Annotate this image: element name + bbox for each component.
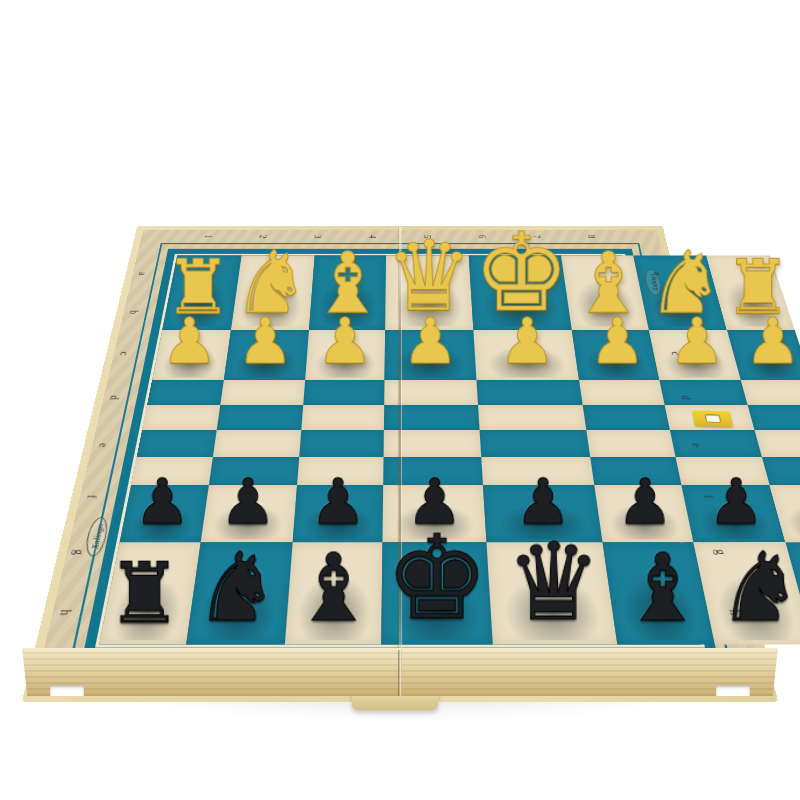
square[interactable] xyxy=(137,430,216,457)
piece-bN[interactable]: ♞ xyxy=(717,542,800,633)
square[interactable] xyxy=(754,430,800,457)
piece-bP[interactable]: ♟ xyxy=(708,472,764,532)
file-label-left: a xyxy=(134,269,150,278)
product-photo: ♜♞♝♛♚♝♞♜♟♟♟♟♟♟♟♟♟♟♟♟♟♟♟♟♜♞♝♚♛♝♞♜ Xalingo… xyxy=(0,0,800,800)
piece-bK[interactable]: ♚ xyxy=(385,523,489,633)
piece-wP[interactable]: ♟ xyxy=(669,312,726,372)
file-label-right: d xyxy=(677,392,695,403)
fold-latch[interactable] xyxy=(692,410,733,427)
square[interactable] xyxy=(579,380,664,405)
piece-wP[interactable]: ♟ xyxy=(745,312,800,372)
file-label-left: b xyxy=(125,307,142,317)
piece-wP[interactable]: ♟ xyxy=(402,312,459,372)
file-label-left: d xyxy=(105,392,123,403)
front-notch-left xyxy=(50,684,84,696)
square[interactable] xyxy=(220,380,305,405)
square[interactable]: ♝ xyxy=(285,542,383,644)
front-notch-right xyxy=(716,684,750,696)
printed-sheet: ♜♞♝♛♚♝♞♜♟♟♟♟♟♟♟♟♟♟♟♟♟♟♟♟♜♞♝♚♛♝♞♜ Xalingo… xyxy=(34,230,767,693)
square[interactable] xyxy=(299,430,384,457)
squares-grid: ♜♞♝♛♚♝♞♜♟♟♟♟♟♟♟♟♟♟♟♟♟♟♟♟♜♞♝♚♛♝♞♜ xyxy=(99,255,701,644)
square[interactable]: ♞ xyxy=(186,542,293,644)
square[interactable]: ♝ xyxy=(603,542,715,644)
square[interactable] xyxy=(212,430,301,457)
piece-wP[interactable]: ♟ xyxy=(317,312,374,372)
square[interactable] xyxy=(303,380,385,405)
piece-wP[interactable]: ♟ xyxy=(237,312,294,372)
file-label-left: c xyxy=(116,348,134,359)
board-front-edge xyxy=(22,648,778,696)
piece-wP[interactable]: ♟ xyxy=(498,312,555,372)
piece-bP[interactable]: ♟ xyxy=(793,472,800,532)
piece-wP[interactable]: ♟ xyxy=(161,312,218,372)
square[interactable]: ♜ xyxy=(99,542,200,644)
square[interactable]: ♟ xyxy=(152,330,230,380)
square[interactable]: ♟ xyxy=(474,330,579,380)
piece-bB[interactable]: ♝ xyxy=(292,545,375,633)
piece-bP[interactable]: ♟ xyxy=(220,472,276,532)
square[interactable]: ♚ xyxy=(382,542,494,644)
piece-wP[interactable]: ♟ xyxy=(589,312,646,372)
piece-bB[interactable]: ♝ xyxy=(621,545,704,633)
square[interactable] xyxy=(747,405,800,431)
square[interactable] xyxy=(147,380,223,405)
square[interactable] xyxy=(741,380,800,405)
square[interactable] xyxy=(659,380,747,405)
square[interactable]: ♟ xyxy=(223,330,308,380)
square[interactable]: ♟ xyxy=(572,330,659,380)
piece-bQ[interactable]: ♛ xyxy=(506,531,602,633)
square[interactable]: ♟ xyxy=(727,330,800,380)
piece-bP[interactable]: ♟ xyxy=(617,472,673,532)
square[interactable]: ♛ xyxy=(487,542,618,644)
file-label-left: h xyxy=(54,605,76,621)
file-label-left: f xyxy=(82,490,102,503)
piece-bP[interactable]: ♟ xyxy=(134,472,190,532)
square[interactable] xyxy=(477,380,583,405)
front-edge-gap xyxy=(398,650,402,696)
square[interactable] xyxy=(480,430,590,457)
rank-label-top: 1 xyxy=(201,232,216,241)
file-label-left: e xyxy=(94,439,113,451)
file-label-left: g xyxy=(69,545,90,559)
chess-board: ♜♞♝♛♚♝♞♜♟♟♟♟♟♟♟♟♟♟♟♟♟♟♟♟♜♞♝♚♛♝♞♜ Xalingo… xyxy=(22,226,778,702)
piece-bP[interactable]: ♟ xyxy=(310,472,366,532)
piece-bN[interactable]: ♞ xyxy=(194,542,279,633)
square[interactable]: ♟ xyxy=(305,330,385,380)
brand-logo-text: Xalingo xyxy=(89,524,105,549)
piece-bR[interactable]: ♜ xyxy=(108,553,183,633)
